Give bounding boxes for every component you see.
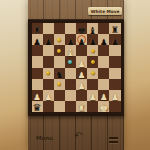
- move-hint-dot-c6: [57, 49, 61, 53]
- square-h7[interactable]: ♟: [109, 34, 120, 45]
- square-d8[interactable]: [65, 23, 76, 34]
- white-king-g1[interactable]: ♚: [99, 103, 108, 114]
- undo-icon[interactable]: ↶: [74, 131, 82, 141]
- square-f6[interactable]: [87, 45, 98, 56]
- square-e6[interactable]: [76, 45, 87, 56]
- square-g2[interactable]: ♟: [98, 90, 109, 101]
- square-h3[interactable]: [109, 79, 120, 90]
- square-b1[interactable]: [43, 101, 54, 112]
- square-h8[interactable]: ♜: [109, 23, 120, 34]
- chess-app-screen: White Move ♜♚♝♜♟♟♟♟♟♟♟♝♟♞♟♟♟♟♟♟♟♛♜♚ Menu…: [28, 0, 124, 150]
- menu-bars-icon[interactable]: [109, 137, 118, 145]
- square-d7[interactable]: ♟: [65, 34, 76, 45]
- square-a2[interactable]: ♟: [32, 90, 43, 101]
- square-d2[interactable]: [65, 90, 76, 101]
- menu-button[interactable]: Menu: [36, 135, 53, 141]
- square-e1[interactable]: ♜: [76, 101, 87, 112]
- square-b8[interactable]: [43, 23, 54, 34]
- square-c4[interactable]: ♞: [54, 68, 65, 79]
- square-h2[interactable]: ♟: [109, 90, 120, 101]
- square-a3[interactable]: [32, 79, 43, 90]
- square-h4[interactable]: [109, 68, 120, 79]
- square-g6[interactable]: [98, 45, 109, 56]
- square-f8[interactable]: ♝: [87, 23, 98, 34]
- square-b5[interactable]: [43, 56, 54, 67]
- square-f1[interactable]: [87, 101, 98, 112]
- square-a1[interactable]: ♛: [32, 101, 43, 112]
- square-c6[interactable]: [54, 45, 65, 56]
- square-e5[interactable]: ♟: [76, 56, 87, 67]
- square-a8[interactable]: ♜: [32, 23, 43, 34]
- square-c5[interactable]: [54, 56, 65, 67]
- square-e4[interactable]: ♟: [76, 68, 87, 79]
- square-g4[interactable]: [98, 68, 109, 79]
- square-g1[interactable]: ♚: [98, 101, 109, 112]
- square-f4[interactable]: [87, 68, 98, 79]
- square-c8[interactable]: [54, 23, 65, 34]
- square-c7[interactable]: [54, 34, 65, 45]
- square-d1[interactable]: [65, 101, 76, 112]
- move-hint-dot-b4: [46, 71, 50, 75]
- black-queen-a1[interactable]: ♛: [33, 103, 42, 113]
- move-hint-dot-f4: [91, 71, 95, 75]
- move-hint-dot-f6: [91, 49, 95, 53]
- square-e2[interactable]: [76, 90, 87, 101]
- square-h5[interactable]: [109, 56, 120, 67]
- square-f7[interactable]: ♟: [87, 34, 98, 45]
- square-d3[interactable]: [65, 79, 76, 90]
- square-b3[interactable]: [43, 79, 54, 90]
- square-c2[interactable]: [54, 90, 65, 101]
- turn-indicator-badge: White Move: [88, 7, 122, 15]
- board: ♜♚♝♜♟♟♟♟♟♟♟♝♟♞♟♟♟♟♟♟♟♛♜♚: [32, 23, 121, 112]
- square-g3[interactable]: [98, 79, 109, 90]
- square-e8[interactable]: ♚: [76, 23, 87, 34]
- square-c1[interactable]: [54, 101, 65, 112]
- square-g7[interactable]: ♟: [98, 34, 109, 45]
- square-b4[interactable]: [43, 68, 54, 79]
- square-h6[interactable]: [109, 45, 120, 56]
- square-a7[interactable]: ♟: [32, 34, 43, 45]
- square-b6[interactable]: [43, 45, 54, 56]
- white-rook-e1[interactable]: ♜: [78, 104, 86, 113]
- square-d5[interactable]: [65, 56, 76, 67]
- move-hint-dot-f5: [91, 60, 95, 64]
- square-d4[interactable]: [65, 68, 76, 79]
- square-g5[interactable]: [98, 56, 109, 67]
- threat-ring-e7: [77, 35, 87, 45]
- square-a6[interactable]: [32, 45, 43, 56]
- square-a5[interactable]: [32, 56, 43, 67]
- square-e3[interactable]: ♟: [76, 79, 87, 90]
- board-frame: ♜♚♝♜♟♟♟♟♟♟♟♝♟♞♟♟♟♟♟♟♟♛♜♚: [28, 19, 124, 116]
- square-b2[interactable]: ♟: [43, 90, 54, 101]
- square-f3[interactable]: [87, 79, 98, 90]
- square-e7[interactable]: ♟: [76, 34, 87, 45]
- square-f5[interactable]: [87, 56, 98, 67]
- square-c3[interactable]: [54, 79, 65, 90]
- square-h1[interactable]: [109, 101, 120, 112]
- hint-dot-d5: [68, 60, 72, 64]
- move-hint-dot-c3: [57, 82, 61, 86]
- square-a4[interactable]: [32, 68, 43, 79]
- move-hint-dot-c7: [57, 38, 61, 42]
- square-b7[interactable]: ♟: [43, 34, 54, 45]
- square-f2[interactable]: ♟: [87, 90, 98, 101]
- square-g8[interactable]: [98, 23, 109, 34]
- square-d6[interactable]: ♝: [65, 45, 76, 56]
